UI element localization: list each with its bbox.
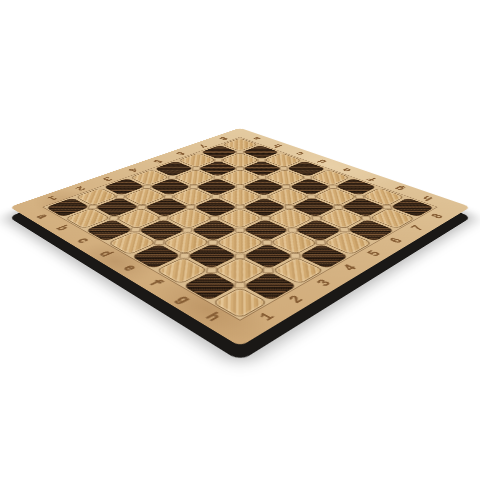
square-h3 — [271, 257, 324, 284]
inlay-dot — [179, 253, 190, 258]
inlay-dot — [263, 267, 274, 272]
square-h2 — [243, 271, 298, 300]
square-e1 — [131, 244, 182, 269]
inlay-dot — [257, 159, 265, 162]
inlay-dot — [183, 228, 193, 232]
inlay-dot — [354, 195, 364, 199]
square-f4 — [242, 219, 290, 241]
inlay-dot — [262, 240, 272, 245]
square-g3 — [242, 244, 293, 269]
square-g4 — [269, 231, 318, 255]
square-f1 — [156, 257, 209, 284]
inlay-dot — [311, 216, 321, 220]
inlay-dot — [208, 240, 218, 245]
square-d2 — [138, 219, 186, 241]
inlay-dot — [186, 205, 196, 209]
inlay-dot — [235, 228, 245, 232]
file-labels-south: abcdefgh — [22, 207, 240, 333]
square-h7 — [369, 208, 415, 229]
board-maple-border: abcdefgh abcdefgh 87654321 87654321 — [9, 128, 470, 347]
inlay-dot — [236, 167, 244, 170]
inlay-dot — [328, 185, 337, 189]
inlay-dot — [307, 195, 316, 199]
inlay-dot — [142, 185, 151, 189]
square-f3 — [215, 231, 264, 255]
inlay-dot — [236, 185, 245, 189]
square-d1 — [108, 231, 157, 255]
inlay-dot — [189, 185, 198, 189]
square-h5 — [323, 231, 372, 255]
square-c1 — [86, 219, 134, 241]
inlay-dot — [361, 216, 372, 220]
inlay-dot — [116, 195, 126, 199]
inlay-dot — [290, 253, 301, 258]
inlay-dot — [235, 253, 245, 258]
inlay-dot — [215, 159, 223, 162]
inlay-dot — [259, 195, 268, 199]
inlay-dot — [333, 205, 343, 209]
inlay-dot — [210, 216, 220, 220]
square-h6 — [347, 219, 395, 241]
square-b1 — [65, 208, 111, 229]
square-e3 — [190, 219, 238, 241]
square-e4 — [217, 208, 263, 229]
inlay-dot — [235, 205, 244, 209]
inlay-dot — [382, 205, 393, 209]
inlay-dot — [164, 195, 173, 199]
inlay-dot — [303, 176, 312, 179]
inlay-dot — [282, 185, 291, 189]
inlay-dot — [192, 167, 200, 170]
inlay-dot — [261, 216, 271, 220]
inlay-dot — [284, 205, 294, 209]
square-e2 — [161, 231, 210, 255]
inlay-dot — [159, 216, 169, 220]
inlay-dot — [130, 228, 141, 232]
square-f2 — [187, 244, 238, 269]
square-h1 — [212, 287, 269, 318]
inlay-dot — [206, 267, 217, 272]
square-g1 — [183, 271, 238, 300]
square-f5 — [268, 208, 314, 229]
square-d3 — [166, 208, 212, 229]
chess-board: abcdefgh abcdefgh 87654321 87654321 — [9, 128, 470, 347]
inlay-dot — [287, 228, 297, 232]
rank-labels-east: 87654321 — [240, 207, 458, 333]
square-g6 — [318, 208, 364, 229]
inlay-dot — [213, 176, 221, 179]
inlay-dot — [315, 240, 326, 245]
square-g5 — [294, 219, 342, 241]
inlay-dot — [258, 176, 266, 179]
square-c2 — [116, 208, 162, 229]
inlay-dot — [108, 216, 119, 220]
product-render-scene: abcdefgh abcdefgh 87654321 87654321 — [0, 0, 480, 480]
inlay-dot — [234, 283, 245, 289]
board-playing-field — [43, 137, 436, 319]
inlay-dot — [339, 228, 350, 232]
inlay-dot — [137, 205, 147, 209]
inlay-dot — [87, 205, 98, 209]
inlay-dot — [280, 167, 288, 170]
inlay-dot — [154, 240, 165, 245]
inlay-dot — [236, 151, 244, 154]
inlay-dot — [212, 195, 221, 199]
square-h4 — [298, 244, 349, 269]
square-g2 — [214, 257, 267, 284]
inlay-dot — [168, 176, 177, 179]
